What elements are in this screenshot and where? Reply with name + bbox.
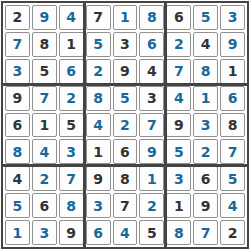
cell-r5c8[interactable]: 3: [193, 113, 218, 138]
cell-r4c3[interactable]: 2: [59, 86, 84, 111]
cell-r2c3[interactable]: 1: [59, 32, 84, 57]
cell-r3c9[interactable]: 1: [220, 59, 245, 84]
cell-r3c7[interactable]: 7: [166, 59, 191, 84]
cell-r2c1[interactable]: 7: [5, 32, 30, 57]
cell-r8c3[interactable]: 8: [59, 193, 84, 218]
cell-r9c1[interactable]: 1: [5, 220, 30, 245]
cell-r6c8[interactable]: 2: [193, 139, 218, 164]
cell-r9c6[interactable]: 5: [139, 220, 164, 245]
cell-r1c6[interactable]: 8: [139, 5, 164, 30]
cell-r5c5[interactable]: 2: [113, 113, 138, 138]
cell-r6c5[interactable]: 6: [113, 139, 138, 164]
cell-r5c2[interactable]: 1: [32, 113, 57, 138]
box-separator-horizontal-2: [3, 164, 247, 167]
cell-r7c8[interactable]: 6: [193, 166, 218, 191]
cell-r1c8[interactable]: 5: [193, 5, 218, 30]
cell-r8c8[interactable]: 9: [193, 193, 218, 218]
cell-r9c8[interactable]: 7: [193, 220, 218, 245]
cell-r2c7[interactable]: 2: [166, 32, 191, 57]
box-separator-vertical-2: [164, 3, 167, 247]
cell-r4c8[interactable]: 1: [193, 86, 218, 111]
cell-r6c4[interactable]: 1: [86, 139, 111, 164]
cell-r6c1[interactable]: 8: [5, 139, 30, 164]
cell-r9c7[interactable]: 8: [166, 220, 191, 245]
cell-r2c6[interactable]: 6: [139, 32, 164, 57]
cell-r2c4[interactable]: 5: [86, 32, 111, 57]
cell-r4c1[interactable]: 9: [5, 86, 30, 111]
cell-r7c9[interactable]: 5: [220, 166, 245, 191]
cell-r8c6[interactable]: 2: [139, 193, 164, 218]
cell-r7c5[interactable]: 8: [113, 166, 138, 191]
cell-r5c4[interactable]: 4: [86, 113, 111, 138]
cell-r4c2[interactable]: 7: [32, 86, 57, 111]
cell-r8c9[interactable]: 4: [220, 193, 245, 218]
cell-r8c4[interactable]: 3: [86, 193, 111, 218]
cell-r9c2[interactable]: 3: [32, 220, 57, 245]
cell-r4c9[interactable]: 6: [220, 86, 245, 111]
cell-r3c2[interactable]: 5: [32, 59, 57, 84]
cell-r6c2[interactable]: 4: [32, 139, 57, 164]
cell-r7c4[interactable]: 9: [86, 166, 111, 191]
sudoku-grid: 2947186537815362493562947819728534166154…: [5, 5, 245, 245]
cell-r5c7[interactable]: 9: [166, 113, 191, 138]
cell-r4c7[interactable]: 4: [166, 86, 191, 111]
cell-r5c6[interactable]: 7: [139, 113, 164, 138]
cell-r1c3[interactable]: 4: [59, 5, 84, 30]
cell-r8c1[interactable]: 5: [5, 193, 30, 218]
cell-r3c6[interactable]: 4: [139, 59, 164, 84]
cell-r6c6[interactable]: 9: [139, 139, 164, 164]
cell-r5c9[interactable]: 8: [220, 113, 245, 138]
cell-r1c5[interactable]: 1: [113, 5, 138, 30]
cell-r3c4[interactable]: 2: [86, 59, 111, 84]
cell-r6c9[interactable]: 7: [220, 139, 245, 164]
cell-r7c7[interactable]: 3: [166, 166, 191, 191]
cell-r8c2[interactable]: 6: [32, 193, 57, 218]
cell-r9c5[interactable]: 4: [113, 220, 138, 245]
cell-r7c2[interactable]: 2: [32, 166, 57, 191]
cell-r1c1[interactable]: 2: [5, 5, 30, 30]
cell-r1c7[interactable]: 6: [166, 5, 191, 30]
cell-r3c8[interactable]: 8: [193, 59, 218, 84]
cell-r3c5[interactable]: 9: [113, 59, 138, 84]
cell-r2c8[interactable]: 4: [193, 32, 218, 57]
cell-r8c7[interactable]: 1: [166, 193, 191, 218]
cell-r5c3[interactable]: 5: [59, 113, 84, 138]
cell-r7c6[interactable]: 1: [139, 166, 164, 191]
cell-r1c9[interactable]: 3: [220, 5, 245, 30]
cell-r6c7[interactable]: 5: [166, 139, 191, 164]
box-separator-vertical-1: [83, 3, 86, 247]
box-separator-horizontal-1: [3, 83, 247, 86]
cell-r4c5[interactable]: 5: [113, 86, 138, 111]
cell-r9c3[interactable]: 9: [59, 220, 84, 245]
cell-r4c4[interactable]: 8: [86, 86, 111, 111]
cell-r3c1[interactable]: 3: [5, 59, 30, 84]
cell-r7c3[interactable]: 7: [59, 166, 84, 191]
cell-r2c5[interactable]: 3: [113, 32, 138, 57]
cell-r1c4[interactable]: 7: [86, 5, 111, 30]
cell-r5c1[interactable]: 6: [5, 113, 30, 138]
cell-r4c6[interactable]: 3: [139, 86, 164, 111]
cell-r6c3[interactable]: 3: [59, 139, 84, 164]
cell-r9c9[interactable]: 2: [220, 220, 245, 245]
cell-r8c5[interactable]: 7: [113, 193, 138, 218]
cell-r3c3[interactable]: 6: [59, 59, 84, 84]
cell-r2c9[interactable]: 9: [220, 32, 245, 57]
cell-r7c1[interactable]: 4: [5, 166, 30, 191]
cell-r1c2[interactable]: 9: [32, 5, 57, 30]
sudoku-board: 2947186537815362493562947819728534166154…: [1, 1, 249, 249]
cell-r2c2[interactable]: 8: [32, 32, 57, 57]
cell-r9c4[interactable]: 6: [86, 220, 111, 245]
